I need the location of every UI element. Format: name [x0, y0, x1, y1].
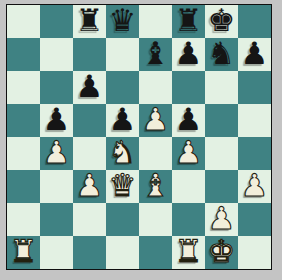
square-f4[interactable]: ♟ [172, 137, 205, 170]
black-rook-icon: ♜ [76, 4, 104, 37]
square-b7[interactable] [40, 38, 73, 71]
square-d4[interactable]: ♞ [106, 137, 139, 170]
square-g1[interactable]: ♚ [205, 236, 238, 269]
square-f6[interactable] [172, 71, 205, 104]
square-c5[interactable] [73, 104, 106, 137]
square-h4[interactable] [238, 137, 271, 170]
square-g2[interactable]: ♟ [205, 203, 238, 236]
black-queen-icon: ♛ [109, 4, 137, 37]
square-b3[interactable] [40, 170, 73, 203]
square-g3[interactable] [205, 170, 238, 203]
white-pawn-icon: ♟ [43, 136, 71, 169]
square-a3[interactable] [7, 170, 40, 203]
square-h2[interactable] [238, 203, 271, 236]
square-d2[interactable] [106, 203, 139, 236]
square-f5[interactable]: ♟ [172, 104, 205, 137]
square-f2[interactable] [172, 203, 205, 236]
square-b1[interactable] [40, 236, 73, 269]
square-e2[interactable] [139, 203, 172, 236]
square-a7[interactable] [7, 38, 40, 71]
black-pawn-icon: ♟ [175, 37, 203, 70]
square-c7[interactable] [73, 38, 106, 71]
black-pawn-icon: ♟ [43, 103, 71, 136]
black-knight-icon: ♞ [208, 37, 236, 70]
square-f8[interactable]: ♜ [172, 5, 205, 38]
black-pawn-icon: ♟ [109, 103, 137, 136]
square-b2[interactable] [40, 203, 73, 236]
square-h5[interactable] [238, 104, 271, 137]
square-g5[interactable] [205, 104, 238, 137]
black-pawn-icon: ♟ [76, 70, 104, 103]
black-bishop-icon: ♝ [142, 37, 170, 70]
white-pawn-icon: ♟ [241, 169, 269, 202]
square-b4[interactable]: ♟ [40, 137, 73, 170]
square-c1[interactable] [73, 236, 106, 269]
square-h7[interactable]: ♟ [238, 38, 271, 71]
square-d6[interactable] [106, 71, 139, 104]
square-e5[interactable]: ♟ [139, 104, 172, 137]
square-d8[interactable]: ♛ [106, 5, 139, 38]
square-h8[interactable] [238, 5, 271, 38]
square-a4[interactable] [7, 137, 40, 170]
square-a6[interactable] [7, 71, 40, 104]
white-rook-icon: ♜ [10, 235, 38, 268]
square-a2[interactable] [7, 203, 40, 236]
white-king-icon: ♚ [208, 235, 236, 268]
white-pawn-icon: ♟ [208, 202, 236, 235]
white-rook-icon: ♜ [175, 235, 203, 268]
white-pawn-icon: ♟ [175, 136, 203, 169]
square-e1[interactable] [139, 236, 172, 269]
black-king-icon: ♚ [208, 4, 236, 37]
chess-board: ♜♛♜♚♝♟♞♟♟♟♟♟♟♟♞♟♟♛♝♟♟♜♜♚ [6, 4, 272, 270]
square-g6[interactable] [205, 71, 238, 104]
square-c3[interactable]: ♟ [73, 170, 106, 203]
square-d3[interactable]: ♛ [106, 170, 139, 203]
square-f7[interactable]: ♟ [172, 38, 205, 71]
square-h6[interactable] [238, 71, 271, 104]
square-a8[interactable] [7, 5, 40, 38]
square-b6[interactable] [40, 71, 73, 104]
square-f1[interactable]: ♜ [172, 236, 205, 269]
white-knight-icon: ♞ [109, 136, 137, 169]
square-c4[interactable] [73, 137, 106, 170]
square-a1[interactable]: ♜ [7, 236, 40, 269]
white-pawn-icon: ♟ [76, 169, 104, 202]
black-pawn-icon: ♟ [241, 37, 269, 70]
square-e3[interactable]: ♝ [139, 170, 172, 203]
square-d7[interactable] [106, 38, 139, 71]
square-e7[interactable]: ♝ [139, 38, 172, 71]
square-g8[interactable]: ♚ [205, 5, 238, 38]
square-a5[interactable] [7, 104, 40, 137]
white-bishop-icon: ♝ [142, 169, 170, 202]
square-g4[interactable] [205, 137, 238, 170]
square-b8[interactable] [40, 5, 73, 38]
square-e4[interactable] [139, 137, 172, 170]
board-frame: ♜♛♜♚♝♟♞♟♟♟♟♟♟♟♞♟♟♛♝♟♟♜♜♚ [0, 0, 282, 280]
square-c8[interactable]: ♜ [73, 5, 106, 38]
square-d1[interactable] [106, 236, 139, 269]
square-c2[interactable] [73, 203, 106, 236]
black-rook-icon: ♜ [175, 4, 203, 37]
square-g7[interactable]: ♞ [205, 38, 238, 71]
square-d5[interactable]: ♟ [106, 104, 139, 137]
square-e8[interactable] [139, 5, 172, 38]
square-f3[interactable] [172, 170, 205, 203]
white-queen-icon: ♛ [109, 169, 137, 202]
square-h3[interactable]: ♟ [238, 170, 271, 203]
white-pawn-icon: ♟ [142, 103, 170, 136]
black-pawn-icon: ♟ [175, 103, 203, 136]
square-e6[interactable] [139, 71, 172, 104]
square-b5[interactable]: ♟ [40, 104, 73, 137]
square-c6[interactable]: ♟ [73, 71, 106, 104]
square-h1[interactable] [238, 236, 271, 269]
